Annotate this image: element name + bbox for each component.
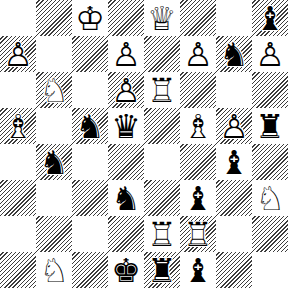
square-c1[interactable] bbox=[72, 252, 108, 288]
square-h6[interactable] bbox=[252, 72, 288, 108]
square-b8[interactable] bbox=[36, 0, 72, 36]
square-e2[interactable]: ♜♖ bbox=[144, 216, 180, 252]
square-f5[interactable]: ♝♗ bbox=[180, 108, 216, 144]
piece-fill-white-rook-e6: ♜ bbox=[144, 72, 180, 108]
square-c8[interactable]: ♚♔ bbox=[72, 0, 108, 36]
piece-fill-white-queen-e8: ♛ bbox=[144, 0, 180, 36]
piece-fill-white-king-c8: ♚ bbox=[72, 0, 108, 36]
square-c3[interactable] bbox=[72, 180, 108, 216]
piece-fill-black-bishop-f3: ♝ bbox=[180, 180, 216, 216]
piece-white-pawn-d7: ♙ bbox=[108, 36, 144, 72]
square-b7[interactable] bbox=[36, 36, 72, 72]
square-f2[interactable]: ♜♖ bbox=[180, 216, 216, 252]
square-c5[interactable]: ♞♞ bbox=[72, 108, 108, 144]
square-f4[interactable] bbox=[180, 144, 216, 180]
piece-white-pawn-a7: ♙ bbox=[0, 36, 36, 72]
piece-white-pawn-f7: ♙ bbox=[180, 36, 216, 72]
piece-fill-white-pawn-a7: ♟ bbox=[0, 36, 36, 72]
piece-black-bishop-f3: ♝ bbox=[180, 180, 216, 216]
square-f3[interactable]: ♝♝ bbox=[180, 180, 216, 216]
square-g6[interactable] bbox=[216, 72, 252, 108]
square-e8[interactable]: ♛♕ bbox=[144, 0, 180, 36]
piece-fill-white-rook-e2: ♜ bbox=[144, 216, 180, 252]
square-g5[interactable]: ♟♙ bbox=[216, 108, 252, 144]
piece-black-king-d1: ♚ bbox=[108, 252, 144, 288]
square-d6[interactable]: ♟♙ bbox=[108, 72, 144, 108]
piece-white-knight-b1: ♘ bbox=[36, 252, 72, 288]
square-e6[interactable]: ♜♖ bbox=[144, 72, 180, 108]
square-d8[interactable] bbox=[108, 0, 144, 36]
square-g2[interactable] bbox=[216, 216, 252, 252]
square-b2[interactable] bbox=[36, 216, 72, 252]
square-c2[interactable] bbox=[72, 216, 108, 252]
piece-fill-black-bishop-h8: ♝ bbox=[252, 0, 288, 36]
square-a4[interactable] bbox=[0, 144, 36, 180]
piece-black-queen-d5: ♛ bbox=[108, 108, 144, 144]
square-d7[interactable]: ♟♙ bbox=[108, 36, 144, 72]
piece-black-knight-b4: ♞ bbox=[36, 144, 72, 180]
square-b6[interactable]: ♞♘ bbox=[36, 72, 72, 108]
piece-white-queen-e8: ♕ bbox=[144, 0, 180, 36]
square-e4[interactable] bbox=[144, 144, 180, 180]
piece-white-pawn-g5: ♙ bbox=[216, 108, 252, 144]
square-c7[interactable] bbox=[72, 36, 108, 72]
square-g7[interactable]: ♞♞ bbox=[216, 36, 252, 72]
square-a3[interactable] bbox=[0, 180, 36, 216]
square-a5[interactable]: ♝♗ bbox=[0, 108, 36, 144]
piece-black-bishop-f1: ♝ bbox=[180, 252, 216, 288]
piece-white-knight-h3: ♘ bbox=[252, 180, 288, 216]
square-a6[interactable] bbox=[0, 72, 36, 108]
square-d1[interactable]: ♚♚ bbox=[108, 252, 144, 288]
square-b1[interactable]: ♞♘ bbox=[36, 252, 72, 288]
piece-fill-black-knight-g7: ♞ bbox=[216, 36, 252, 72]
square-g8[interactable] bbox=[216, 0, 252, 36]
piece-black-bishop-g4: ♝ bbox=[216, 144, 252, 180]
piece-white-bishop-f5: ♗ bbox=[180, 108, 216, 144]
piece-fill-white-pawn-d7: ♟ bbox=[108, 36, 144, 72]
piece-black-rook-e1: ♜ bbox=[144, 252, 180, 288]
square-d5[interactable]: ♛♛ bbox=[108, 108, 144, 144]
piece-fill-white-knight-b6: ♞ bbox=[36, 72, 72, 108]
square-g4[interactable]: ♝♝ bbox=[216, 144, 252, 180]
square-g1[interactable] bbox=[216, 252, 252, 288]
square-a2[interactable] bbox=[0, 216, 36, 252]
square-e3[interactable] bbox=[144, 180, 180, 216]
piece-fill-white-pawn-d6: ♟ bbox=[108, 72, 144, 108]
piece-fill-white-rook-f2: ♜ bbox=[180, 216, 216, 252]
piece-fill-black-rook-h5: ♜ bbox=[252, 108, 288, 144]
square-e7[interactable] bbox=[144, 36, 180, 72]
square-c6[interactable] bbox=[72, 72, 108, 108]
square-a7[interactable]: ♟♙ bbox=[0, 36, 36, 72]
piece-black-knight-c5: ♞ bbox=[72, 108, 108, 144]
square-h5[interactable]: ♜♜ bbox=[252, 108, 288, 144]
piece-fill-black-rook-e1: ♜ bbox=[144, 252, 180, 288]
piece-fill-black-bishop-f1: ♝ bbox=[180, 252, 216, 288]
square-f1[interactable]: ♝♝ bbox=[180, 252, 216, 288]
piece-white-bishop-a5: ♗ bbox=[0, 108, 36, 144]
square-e1[interactable]: ♜♜ bbox=[144, 252, 180, 288]
square-h4[interactable] bbox=[252, 144, 288, 180]
square-b3[interactable] bbox=[36, 180, 72, 216]
piece-fill-white-knight-h3: ♞ bbox=[252, 180, 288, 216]
piece-fill-white-pawn-f7: ♟ bbox=[180, 36, 216, 72]
piece-fill-black-bishop-g4: ♝ bbox=[216, 144, 252, 180]
piece-fill-black-knight-c5: ♞ bbox=[72, 108, 108, 144]
square-f8[interactable] bbox=[180, 0, 216, 36]
piece-fill-white-bishop-a5: ♝ bbox=[0, 108, 36, 144]
square-h8[interactable]: ♝♝ bbox=[252, 0, 288, 36]
piece-black-rook-h5: ♜ bbox=[252, 108, 288, 144]
piece-fill-black-queen-d5: ♛ bbox=[108, 108, 144, 144]
square-d3[interactable]: ♞♞ bbox=[108, 180, 144, 216]
piece-fill-white-pawn-h7: ♟ bbox=[252, 36, 288, 72]
square-g3[interactable] bbox=[216, 180, 252, 216]
piece-fill-black-knight-b4: ♞ bbox=[36, 144, 72, 180]
square-a8[interactable] bbox=[0, 0, 36, 36]
square-e5[interactable] bbox=[144, 108, 180, 144]
square-a1[interactable] bbox=[0, 252, 36, 288]
piece-white-rook-e6: ♖ bbox=[144, 72, 180, 108]
piece-fill-white-pawn-g5: ♟ bbox=[216, 108, 252, 144]
piece-white-pawn-h7: ♙ bbox=[252, 36, 288, 72]
piece-black-knight-g7: ♞ bbox=[216, 36, 252, 72]
square-d2[interactable] bbox=[108, 216, 144, 252]
square-b5[interactable] bbox=[36, 108, 72, 144]
piece-fill-white-bishop-f5: ♝ bbox=[180, 108, 216, 144]
square-h3[interactable]: ♞♘ bbox=[252, 180, 288, 216]
square-h2[interactable] bbox=[252, 216, 288, 252]
piece-white-king-c8: ♔ bbox=[72, 0, 108, 36]
piece-black-bishop-h8: ♝ bbox=[252, 0, 288, 36]
piece-fill-white-knight-b1: ♞ bbox=[36, 252, 72, 288]
piece-white-rook-f2: ♖ bbox=[180, 216, 216, 252]
piece-white-knight-b6: ♘ bbox=[36, 72, 72, 108]
piece-fill-black-king-d1: ♚ bbox=[108, 252, 144, 288]
chess-board: ♚♔♛♕♝♝♟♙♟♙♟♙♞♞♟♙♞♘♟♙♜♖♝♗♞♞♛♛♝♗♟♙♜♜♞♞♝♝♞♞… bbox=[0, 0, 288, 288]
piece-black-knight-d3: ♞ bbox=[108, 180, 144, 216]
square-h1[interactable] bbox=[252, 252, 288, 288]
piece-white-rook-e2: ♖ bbox=[144, 216, 180, 252]
square-c4[interactable] bbox=[72, 144, 108, 180]
square-f6[interactable] bbox=[180, 72, 216, 108]
square-d4[interactable] bbox=[108, 144, 144, 180]
square-h7[interactable]: ♟♙ bbox=[252, 36, 288, 72]
piece-white-pawn-d6: ♙ bbox=[108, 72, 144, 108]
piece-fill-black-knight-d3: ♞ bbox=[108, 180, 144, 216]
square-b4[interactable]: ♞♞ bbox=[36, 144, 72, 180]
square-f7[interactable]: ♟♙ bbox=[180, 36, 216, 72]
